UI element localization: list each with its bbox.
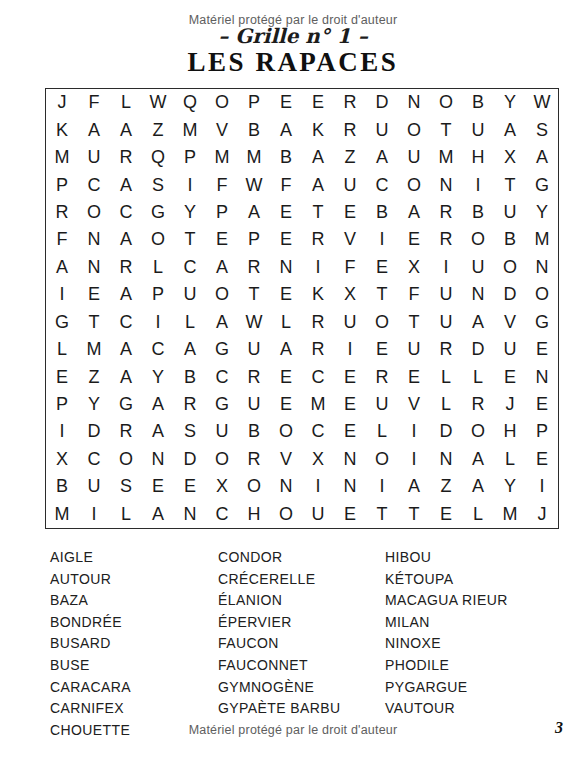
grid-cell: O xyxy=(462,418,494,445)
grid-cell: Z xyxy=(78,363,110,390)
word-list-item: PYGARGUE xyxy=(385,677,570,699)
grid-cell: P xyxy=(174,144,206,171)
grid-cell: U xyxy=(174,281,206,308)
grid-cell: A xyxy=(110,116,142,143)
grid-cell: T xyxy=(174,226,206,253)
grid-cell: T xyxy=(366,281,398,308)
grid-cell: A xyxy=(174,336,206,363)
grid-cell: Z xyxy=(430,473,462,500)
word-list-item: CRÉCERELLE xyxy=(218,569,385,591)
grid-cell: O xyxy=(270,501,302,528)
word-list-item: BONDRÉE xyxy=(50,612,218,634)
grid-cell: Y xyxy=(494,89,526,116)
grid-cell: L xyxy=(462,363,494,390)
grid-cell: T xyxy=(302,199,334,226)
word-search-grid: JFLWQOPEERDNOBYWKAAZMVBAKRUOTUASMURQPMMB… xyxy=(45,88,559,529)
grid-cell: L xyxy=(110,89,142,116)
grid-cell: A xyxy=(110,171,142,198)
grid-cell: A xyxy=(494,116,526,143)
grid-cell: G xyxy=(526,309,558,336)
grid-cell: E xyxy=(270,363,302,390)
word-list-item: PHODILE xyxy=(385,655,570,677)
grid-cell: P xyxy=(206,199,238,226)
word-list-item: BUSE xyxy=(50,655,218,677)
word-list-item: BUSARD xyxy=(50,633,218,655)
grid-cell: E xyxy=(78,281,110,308)
grid-cell: N xyxy=(462,281,494,308)
grid-cell: A xyxy=(206,309,238,336)
grid-cell: R xyxy=(110,418,142,445)
grid-cell: O xyxy=(142,226,174,253)
grid-cell: V xyxy=(494,309,526,336)
grid-cell: D xyxy=(462,336,494,363)
grid-cell: N xyxy=(430,446,462,473)
grid-cell: C xyxy=(110,199,142,226)
grid-cell: S xyxy=(110,473,142,500)
grid-cell: K xyxy=(302,281,334,308)
grid-cell: Y xyxy=(174,199,206,226)
grid-cell: C xyxy=(302,363,334,390)
grid-cell: P xyxy=(238,89,270,116)
grid-cell: B xyxy=(174,363,206,390)
grid-cell: G xyxy=(526,171,558,198)
grid-cell: R xyxy=(302,336,334,363)
grid-cell: X xyxy=(334,281,366,308)
grid-cell: E xyxy=(526,446,558,473)
bottom-copyright: Matériel protégé par le droit d'auteur xyxy=(0,723,586,737)
grid-cell: R xyxy=(430,336,462,363)
grid-cell: D xyxy=(174,446,206,473)
grid-cell: M xyxy=(526,226,558,253)
grid-cell: A xyxy=(142,391,174,418)
grid-cell: L xyxy=(270,309,302,336)
grid-cell: U xyxy=(462,116,494,143)
grid-cell: D xyxy=(430,418,462,445)
grid-cell: R xyxy=(430,226,462,253)
grid-cell: I xyxy=(46,418,78,445)
grid-cell: A xyxy=(110,226,142,253)
grid-cell: N xyxy=(270,254,302,281)
grid-cell: L xyxy=(142,254,174,281)
grid-cell: U xyxy=(398,336,430,363)
grid-cell: V xyxy=(270,446,302,473)
grid-cell: S xyxy=(142,171,174,198)
grid-cell: M xyxy=(430,144,462,171)
grid-cell: Q xyxy=(174,89,206,116)
grid-cell: X xyxy=(398,254,430,281)
grid-cell: C xyxy=(110,309,142,336)
grid-cell: B xyxy=(494,226,526,253)
grid-cell: E xyxy=(430,501,462,528)
grid-cell: O xyxy=(270,418,302,445)
grid-cell: C xyxy=(78,171,110,198)
word-list-item: CARACARA xyxy=(50,677,218,699)
grid-cell: U xyxy=(462,254,494,281)
grid-cell: O xyxy=(206,446,238,473)
grid-cell: E xyxy=(334,501,366,528)
grid-cell: L xyxy=(430,363,462,390)
grid-cell: L xyxy=(110,501,142,528)
grid-cell: A xyxy=(398,473,430,500)
grid-cell: A xyxy=(398,199,430,226)
word-list-item: GYMNOGÈNE xyxy=(218,677,385,699)
grid-cell: O xyxy=(398,116,430,143)
grid-cell: B xyxy=(238,116,270,143)
grid-cell: T xyxy=(430,116,462,143)
grid-cell: I xyxy=(398,418,430,445)
grid-cell: D xyxy=(78,418,110,445)
grid-cell: E xyxy=(334,199,366,226)
grid-cell: F xyxy=(78,89,110,116)
grid-cell: G xyxy=(206,391,238,418)
grid-cell: T xyxy=(398,309,430,336)
grid-cell: R xyxy=(462,391,494,418)
grid-cell: B xyxy=(366,199,398,226)
grid-cell: F xyxy=(206,171,238,198)
grid-cell: P xyxy=(46,171,78,198)
grid-cell: R xyxy=(110,254,142,281)
grid-cell: A xyxy=(526,144,558,171)
grid-cell: W xyxy=(238,309,270,336)
grid-cell: O xyxy=(366,446,398,473)
grid-cell: G xyxy=(142,199,174,226)
grid-cell: D xyxy=(494,281,526,308)
grid-cell: C xyxy=(142,336,174,363)
grid-cell: I xyxy=(174,171,206,198)
grid-cell: X xyxy=(206,473,238,500)
grid-cell: N xyxy=(430,171,462,198)
grid-cell: C xyxy=(206,363,238,390)
grid-cell: E xyxy=(46,363,78,390)
grid-cell: U xyxy=(366,391,398,418)
grid-cell: T xyxy=(238,281,270,308)
grid-cell: Y xyxy=(526,199,558,226)
grid-cell: Y xyxy=(494,473,526,500)
grid-cell: E xyxy=(334,418,366,445)
grid-cell: Y xyxy=(142,363,174,390)
grid-cell: B xyxy=(238,418,270,445)
grid-cell: F xyxy=(334,254,366,281)
word-list-item: CONDOR xyxy=(218,547,385,569)
grid-cell: W xyxy=(238,171,270,198)
word-list-item: MILAN xyxy=(385,612,570,634)
grid-cell: I xyxy=(430,254,462,281)
grid-cell: L xyxy=(430,391,462,418)
grid-cell: A xyxy=(206,254,238,281)
grid-cell: P xyxy=(142,281,174,308)
grid-cell: O xyxy=(78,199,110,226)
grid-cell: U xyxy=(302,501,334,528)
grid-cell: U xyxy=(238,336,270,363)
grid-cell: O xyxy=(238,473,270,500)
grid-cell: U xyxy=(494,336,526,363)
grid-cell: I xyxy=(462,171,494,198)
grid-cell: R xyxy=(334,89,366,116)
grid-cell: V xyxy=(206,116,238,143)
grid-cell: V xyxy=(398,391,430,418)
grid-cell: U xyxy=(78,144,110,171)
grid-cell: R xyxy=(238,446,270,473)
grid-cell: J xyxy=(46,89,78,116)
word-list-item: AIGLE xyxy=(50,547,218,569)
grid-cell: L xyxy=(46,336,78,363)
grid-cell: U xyxy=(366,116,398,143)
grid-cell: N xyxy=(334,473,366,500)
grid-cell: R xyxy=(46,199,78,226)
grid-cell: B xyxy=(46,473,78,500)
grid-cell: E xyxy=(526,391,558,418)
grid-cell: A xyxy=(46,254,78,281)
grille-number-label: – Grille n° 1 – xyxy=(0,24,586,48)
grid-cell: T xyxy=(494,171,526,198)
grid-cell: E xyxy=(206,226,238,253)
grid-cell: I xyxy=(526,473,558,500)
grid-cell: R xyxy=(302,309,334,336)
grid-cell: N xyxy=(78,226,110,253)
grid-cell: R xyxy=(110,144,142,171)
grid-cell: D xyxy=(366,89,398,116)
grid-cell: E xyxy=(270,391,302,418)
grid-cell: H xyxy=(238,501,270,528)
grid-cell: O xyxy=(526,281,558,308)
grid-cell: I xyxy=(142,309,174,336)
grid-cell: U xyxy=(78,473,110,500)
grid-cell: K xyxy=(46,116,78,143)
grid-cell: E xyxy=(270,226,302,253)
grid-cell: I xyxy=(302,254,334,281)
grid-cell: O xyxy=(206,281,238,308)
grid-cell: L xyxy=(366,418,398,445)
word-list-column-2: CONDORCRÉCERELLEÉLANIONÉPERVIERFAUCONFAU… xyxy=(218,547,385,741)
grid-cell: X xyxy=(302,446,334,473)
grid-cell: Z xyxy=(334,144,366,171)
grid-cell: A xyxy=(302,171,334,198)
grid-cell: M xyxy=(302,391,334,418)
grid-cell: I xyxy=(46,281,78,308)
grid-cell: N xyxy=(142,446,174,473)
grid-cell: A xyxy=(142,418,174,445)
grid-cell: Q xyxy=(142,144,174,171)
grid-cell: E xyxy=(398,363,430,390)
grid-cell: C xyxy=(174,254,206,281)
word-list-item: BAZA xyxy=(50,590,218,612)
grid-cell: Z xyxy=(142,116,174,143)
grid-cell: B xyxy=(462,199,494,226)
grid-cell: A xyxy=(462,446,494,473)
grid-cell: M xyxy=(174,116,206,143)
grid-cell: E xyxy=(142,473,174,500)
grid-cell: E xyxy=(174,473,206,500)
grid-cell: E xyxy=(334,391,366,418)
grid-cell: R xyxy=(238,363,270,390)
grid-cell: K xyxy=(302,116,334,143)
grid-cell: H xyxy=(494,418,526,445)
grid-cell: U xyxy=(206,418,238,445)
grid-cell: P xyxy=(526,418,558,445)
grid-cell: A xyxy=(366,144,398,171)
grid-cell: M xyxy=(46,501,78,528)
grid-cell: P xyxy=(238,226,270,253)
grid-cell: N xyxy=(526,363,558,390)
grid-cell: I xyxy=(366,473,398,500)
grid-cell: B xyxy=(462,89,494,116)
grid-cell: M xyxy=(46,144,78,171)
word-list-item: NINOXE xyxy=(385,633,570,655)
grid-cell: F xyxy=(46,226,78,253)
word-list-item: KÉTOUPA xyxy=(385,569,570,591)
book-page: Matériel protégé par le droit d'auteur –… xyxy=(0,0,586,757)
grid-cell: O xyxy=(494,254,526,281)
grid-cell: P xyxy=(46,391,78,418)
grid-cell: F xyxy=(398,281,430,308)
word-list-item: AUTOUR xyxy=(50,569,218,591)
grid-cell: R xyxy=(334,116,366,143)
word-list-item: MACAGUA RIEUR xyxy=(385,590,570,612)
word-list-item: GYPAÈTE BARBU xyxy=(218,698,385,720)
grid-cell: W xyxy=(142,89,174,116)
grid-cell: A xyxy=(142,501,174,528)
grid-cell: R xyxy=(430,199,462,226)
grid-cell: I xyxy=(398,446,430,473)
grid-cell: R xyxy=(302,226,334,253)
page-number: 3 xyxy=(555,719,563,737)
grid-cell: J xyxy=(526,501,558,528)
word-list: AIGLEAUTOURBAZABONDRÉEBUSARDBUSECARACARA… xyxy=(50,547,570,741)
word-list-item: VAUTOUR xyxy=(385,698,570,720)
grid-cell: U xyxy=(334,171,366,198)
grid-cell: S xyxy=(526,116,558,143)
grid-cell: Y xyxy=(78,391,110,418)
grid-cell: E xyxy=(270,89,302,116)
word-list-item: ÉLANION xyxy=(218,590,385,612)
grid-cell: O xyxy=(430,89,462,116)
grid-cell: R xyxy=(174,391,206,418)
grid-cell: R xyxy=(238,254,270,281)
grid-cell: N xyxy=(174,501,206,528)
grid-cell: A xyxy=(110,281,142,308)
grid-cell: U xyxy=(398,144,430,171)
grid-cell: B xyxy=(270,144,302,171)
grid-cell: R xyxy=(366,363,398,390)
grid-cell: U xyxy=(430,281,462,308)
grid-cell: H xyxy=(462,144,494,171)
grid-cell: A xyxy=(302,144,334,171)
grid-cell: G xyxy=(206,336,238,363)
grid-cell: E xyxy=(334,363,366,390)
grid-cell: M xyxy=(238,144,270,171)
grid-cell: M xyxy=(78,336,110,363)
word-list-item: ÉPERVIER xyxy=(218,612,385,634)
grid-cell: W xyxy=(526,89,558,116)
grid-cell: A xyxy=(462,473,494,500)
grid-cell: O xyxy=(206,89,238,116)
grid-cell: N xyxy=(398,89,430,116)
grid-cell: L xyxy=(174,309,206,336)
grid-cell: T xyxy=(78,309,110,336)
grid-cell: S xyxy=(174,418,206,445)
grid-cell: X xyxy=(494,144,526,171)
grid-cell: N xyxy=(78,254,110,281)
word-list-item: FAUCONNET xyxy=(218,655,385,677)
grid-cell: U xyxy=(494,199,526,226)
grid-cell: T xyxy=(398,501,430,528)
word-list-column-1: AIGLEAUTOURBAZABONDRÉEBUSARDBUSECARACARA… xyxy=(50,547,218,741)
grid-cell: E xyxy=(270,199,302,226)
word-list-item: CARNIFEX xyxy=(50,698,218,720)
grid-cell: C xyxy=(302,418,334,445)
grid-cell: A xyxy=(270,116,302,143)
grid-cell: U xyxy=(334,309,366,336)
grid-cell: N xyxy=(270,473,302,500)
grid-cell: M xyxy=(494,501,526,528)
grid-cell: L xyxy=(494,446,526,473)
grid-cell: A xyxy=(238,199,270,226)
grid-cell: I xyxy=(78,501,110,528)
grid-cell: G xyxy=(110,391,142,418)
grid-cell: O xyxy=(110,446,142,473)
grid-cell: C xyxy=(78,446,110,473)
word-list-item: HIBOU xyxy=(385,547,570,569)
grid-cell: A xyxy=(78,116,110,143)
grid-cell: C xyxy=(366,171,398,198)
grid-cell: I xyxy=(334,336,366,363)
grid-cell: X xyxy=(46,446,78,473)
grid-cell: J xyxy=(494,391,526,418)
grid-cell: I xyxy=(366,226,398,253)
word-list-item: FAUCON xyxy=(218,633,385,655)
page-title: LES RAPACES xyxy=(0,47,586,78)
grid-cell: T xyxy=(366,501,398,528)
word-list-column-3: HIBOUKÉTOUPAMACAGUA RIEURMILANNINOXEPHOD… xyxy=(385,547,570,741)
grid-cell: N xyxy=(334,446,366,473)
grid-cell: E xyxy=(270,281,302,308)
grid-cell: M xyxy=(206,144,238,171)
grid-cell: O xyxy=(366,309,398,336)
grid-cell: E xyxy=(302,89,334,116)
grid-cell: A xyxy=(270,336,302,363)
grid-cell: A xyxy=(462,309,494,336)
grid-cell: C xyxy=(206,501,238,528)
grid-cell: G xyxy=(46,309,78,336)
grid-cell: E xyxy=(398,226,430,253)
grid-cell: E xyxy=(494,363,526,390)
grid-cell: A xyxy=(110,363,142,390)
grid-cell: V xyxy=(334,226,366,253)
grid-cell: N xyxy=(526,254,558,281)
grid-cell: L xyxy=(462,501,494,528)
grid-cell: E xyxy=(366,336,398,363)
grid-cell: F xyxy=(270,171,302,198)
grid-cell: A xyxy=(110,336,142,363)
grid-cell: E xyxy=(526,336,558,363)
grid-cell: E xyxy=(366,254,398,281)
grid-cell: O xyxy=(398,171,430,198)
grid-cell: I xyxy=(302,473,334,500)
grid-cell: O xyxy=(462,226,494,253)
grid-cell: U xyxy=(238,391,270,418)
grid-cell: U xyxy=(430,309,462,336)
